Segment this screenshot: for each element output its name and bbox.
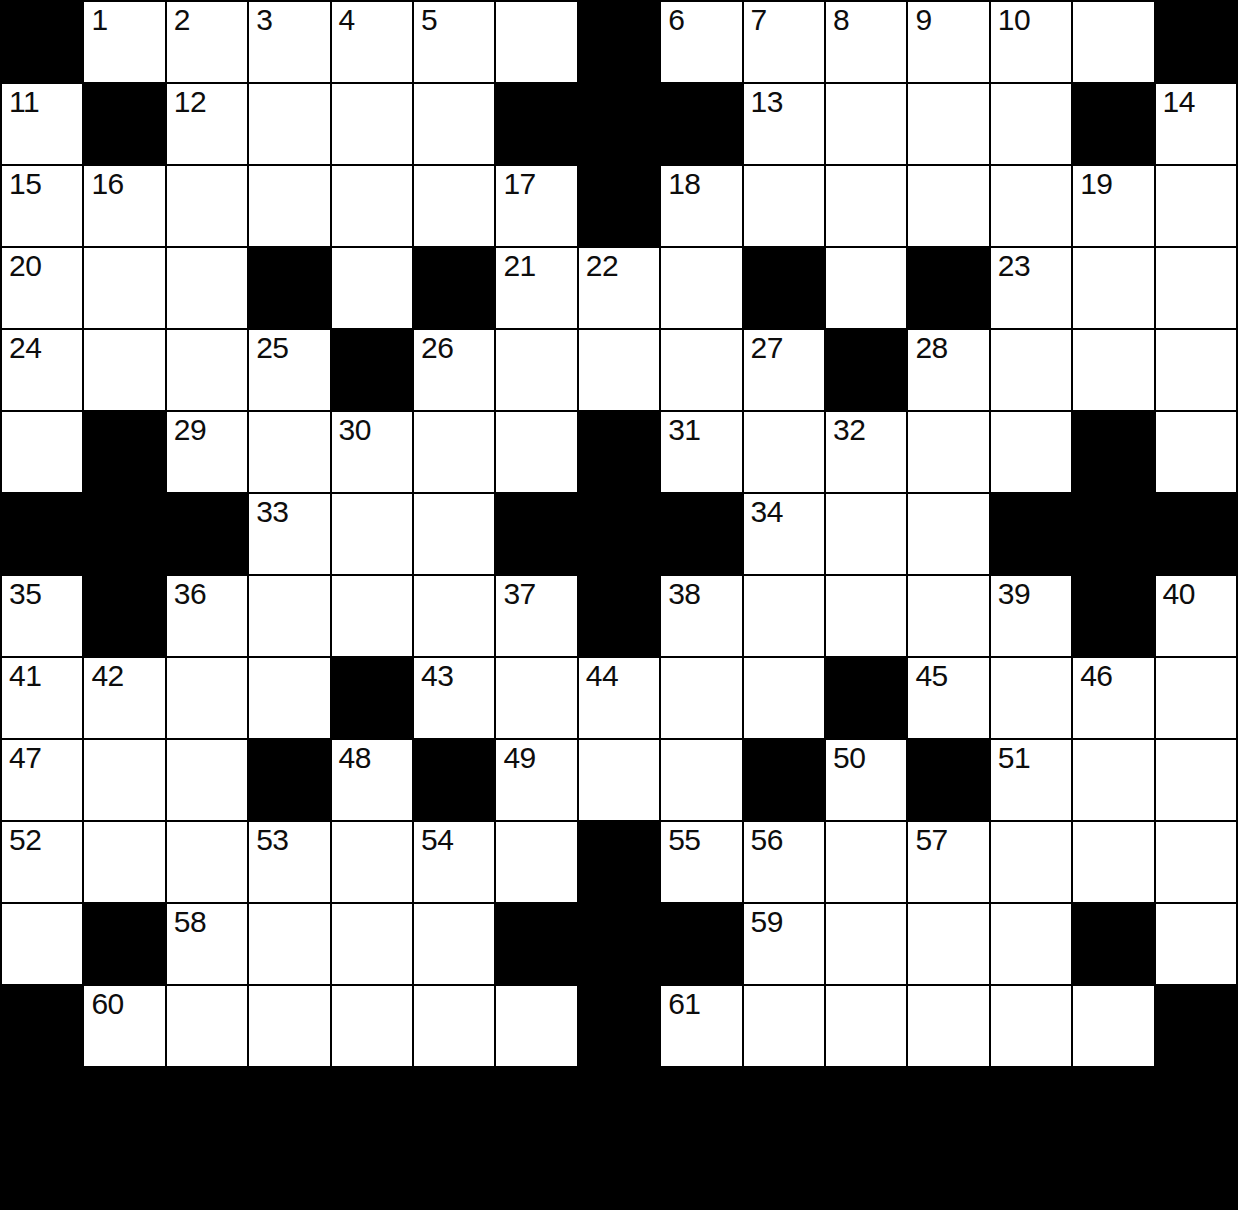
grid-cell[interactable]: [1, 411, 83, 493]
cell-number: 33: [256, 496, 288, 528]
black-cell: [578, 83, 660, 165]
black-cell: [1155, 1, 1237, 83]
black-cell: [1155, 985, 1237, 1067]
black-cell: [907, 247, 989, 329]
grid-cell[interactable]: 58: [166, 903, 248, 985]
cell-number: 17: [503, 168, 535, 200]
grid-cell[interactable]: [578, 329, 660, 411]
grid-cell[interactable]: 53: [248, 821, 330, 903]
grid-cell[interactable]: 32: [825, 411, 907, 493]
grid-cell[interactable]: 15: [1, 165, 83, 247]
grid-cell[interactable]: 2: [166, 1, 248, 83]
grid-cell[interactable]: [1072, 821, 1154, 903]
cell-number: 18: [668, 168, 700, 200]
cell-number: 49: [503, 742, 535, 774]
cell-number: 14: [1163, 86, 1195, 118]
cell-number: 25: [256, 332, 288, 364]
grid-cell[interactable]: [1155, 903, 1237, 985]
grid-cell[interactable]: [1155, 247, 1237, 329]
grid-cell[interactable]: 3: [248, 1, 330, 83]
black-cell: [166, 493, 248, 575]
grid-cell[interactable]: 16: [83, 165, 165, 247]
cell-number: 24: [9, 332, 41, 364]
grid-cell[interactable]: [907, 575, 989, 657]
black-cell: [495, 493, 577, 575]
cell-number: 38: [668, 578, 700, 610]
cell-number: 60: [91, 988, 123, 1020]
grid-cell[interactable]: [166, 657, 248, 739]
grid-cell[interactable]: [825, 575, 907, 657]
black-cell: [743, 739, 825, 821]
cell-number: 50: [833, 742, 865, 774]
grid-cell[interactable]: 60: [83, 985, 165, 1067]
black-cell: [83, 903, 165, 985]
grid-cell[interactable]: 34: [743, 493, 825, 575]
cell-number: 1: [91, 4, 107, 36]
black-cell: [660, 493, 742, 575]
black-cell: [495, 83, 577, 165]
cell-number: 28: [915, 332, 947, 364]
grid-cell[interactable]: 45: [907, 657, 989, 739]
cell-number: 35: [9, 578, 41, 610]
cell-number: 19: [1080, 168, 1112, 200]
grid-cell[interactable]: 10: [990, 1, 1072, 83]
grid-cell[interactable]: [248, 903, 330, 985]
grid-cell[interactable]: 27: [743, 329, 825, 411]
black-cell: [578, 575, 660, 657]
grid-cell[interactable]: [1072, 739, 1154, 821]
grid-cell[interactable]: [83, 739, 165, 821]
grid-cell[interactable]: [907, 83, 989, 165]
black-cell: [331, 329, 413, 411]
black-cell: [1072, 83, 1154, 165]
black-cell: [413, 739, 495, 821]
grid-cell[interactable]: [1155, 657, 1237, 739]
grid-cell[interactable]: 8: [825, 1, 907, 83]
grid-cell[interactable]: 43: [413, 657, 495, 739]
black-cell: [660, 903, 742, 985]
grid-cell[interactable]: [990, 657, 1072, 739]
grid-cell[interactable]: 24: [1, 329, 83, 411]
grid-cell[interactable]: 61: [660, 985, 742, 1067]
grid-cell[interactable]: 46: [1072, 657, 1154, 739]
grid-cell[interactable]: 35: [1, 575, 83, 657]
grid-cell[interactable]: [743, 165, 825, 247]
grid-cell[interactable]: [743, 657, 825, 739]
cell-number: 2: [174, 4, 190, 36]
grid-cell[interactable]: [495, 821, 577, 903]
grid-cell[interactable]: 4: [331, 1, 413, 83]
grid-cell[interactable]: 18: [660, 165, 742, 247]
grid-cell[interactable]: 19: [1072, 165, 1154, 247]
black-cell: [990, 493, 1072, 575]
grid-cell[interactable]: [825, 985, 907, 1067]
grid-cell[interactable]: [331, 903, 413, 985]
black-cell: [1155, 493, 1237, 575]
black-cell: [578, 411, 660, 493]
grid-cell[interactable]: [166, 739, 248, 821]
cell-number: 46: [1080, 660, 1112, 692]
grid-cell[interactable]: [825, 821, 907, 903]
grid-cell[interactable]: 52: [1, 821, 83, 903]
grid-cell[interactable]: [413, 985, 495, 1067]
black-cell: [1, 1, 83, 83]
grid-cell[interactable]: [166, 821, 248, 903]
cell-number: 3: [256, 4, 272, 36]
black-cell: [248, 247, 330, 329]
grid-cell[interactable]: [825, 903, 907, 985]
black-cell: [825, 329, 907, 411]
grid-cell[interactable]: [331, 493, 413, 575]
cell-number: 39: [998, 578, 1030, 610]
black-cell: [578, 985, 660, 1067]
cell-number: 40: [1163, 578, 1195, 610]
grid-cell[interactable]: [825, 165, 907, 247]
cell-number: 32: [833, 414, 865, 446]
cell-number: 31: [668, 414, 700, 446]
grid-cell[interactable]: 55: [660, 821, 742, 903]
grid-cell[interactable]: [1155, 411, 1237, 493]
cell-number: 43: [421, 660, 453, 692]
grid-cell[interactable]: [1072, 985, 1154, 1067]
grid-cell[interactable]: 5: [413, 1, 495, 83]
grid-cell[interactable]: [248, 411, 330, 493]
grid-cell[interactable]: [166, 985, 248, 1067]
grid-cell[interactable]: [907, 411, 989, 493]
cell-number: 53: [256, 824, 288, 856]
black-cell: [83, 493, 165, 575]
cell-number: 47: [9, 742, 41, 774]
cell-number: 26: [421, 332, 453, 364]
grid-cell[interactable]: [166, 165, 248, 247]
cell-number: 36: [174, 578, 206, 610]
grid-cell[interactable]: 12: [166, 83, 248, 165]
grid-cell[interactable]: 1: [83, 1, 165, 83]
cell-number: 6: [668, 4, 684, 36]
grid-cell[interactable]: 38: [660, 575, 742, 657]
cell-number: 57: [915, 824, 947, 856]
grid-cell[interactable]: [825, 493, 907, 575]
cell-number: 21: [503, 250, 535, 282]
black-cell: [1072, 903, 1154, 985]
grid-cell[interactable]: [248, 165, 330, 247]
grid-cell[interactable]: [990, 165, 1072, 247]
black-cell: [248, 739, 330, 821]
grid-cell[interactable]: 26: [413, 329, 495, 411]
black-cell: [578, 165, 660, 247]
black-cell: [1, 985, 83, 1067]
grid-cell[interactable]: [248, 83, 330, 165]
grid-cell[interactable]: 23: [990, 247, 1072, 329]
grid-cell[interactable]: 17: [495, 165, 577, 247]
black-cell: [83, 83, 165, 165]
grid-cell[interactable]: 42: [83, 657, 165, 739]
cell-number: 15: [9, 168, 41, 200]
cell-number: 10: [998, 4, 1030, 36]
black-cell: [825, 657, 907, 739]
cell-number: 37: [503, 578, 535, 610]
grid-cell[interactable]: [166, 247, 248, 329]
grid-cell[interactable]: [660, 329, 742, 411]
grid-cell[interactable]: [578, 739, 660, 821]
grid-cell[interactable]: 33: [248, 493, 330, 575]
cell-number: 23: [998, 250, 1030, 282]
black-cell: [578, 1, 660, 83]
cell-number: 9: [915, 4, 931, 36]
crossword-page: 1234567891011121314151617181920212223242…: [0, 0, 1238, 1210]
grid-cell[interactable]: 39: [990, 575, 1072, 657]
grid-cell[interactable]: [743, 575, 825, 657]
grid-cell[interactable]: [83, 821, 165, 903]
grid-cell[interactable]: [660, 247, 742, 329]
black-cell: [660, 83, 742, 165]
grid-cell[interactable]: 7: [743, 1, 825, 83]
grid-cell[interactable]: [413, 903, 495, 985]
grid-cell[interactable]: [83, 329, 165, 411]
grid-cell[interactable]: 30: [331, 411, 413, 493]
black-cell: [578, 903, 660, 985]
cell-number: 44: [586, 660, 618, 692]
cell-number: 5: [421, 4, 437, 36]
grid-cell[interactable]: [990, 411, 1072, 493]
black-cell: [578, 821, 660, 903]
grid-cell[interactable]: [1072, 1, 1154, 83]
grid-cell[interactable]: [495, 657, 577, 739]
cell-number: 45: [915, 660, 947, 692]
grid-cell[interactable]: [1072, 329, 1154, 411]
grid-cell[interactable]: 29: [166, 411, 248, 493]
grid-cell[interactable]: 28: [907, 329, 989, 411]
grid-cell[interactable]: [331, 985, 413, 1067]
cell-number: 54: [421, 824, 453, 856]
grid-cell[interactable]: [743, 985, 825, 1067]
grid-cell[interactable]: [990, 821, 1072, 903]
grid-cell[interactable]: [413, 493, 495, 575]
cell-number: 16: [91, 168, 123, 200]
grid-cell[interactable]: [413, 411, 495, 493]
grid-cell[interactable]: 51: [990, 739, 1072, 821]
cell-number: 29: [174, 414, 206, 446]
grid-cell[interactable]: [1072, 247, 1154, 329]
meta-answer-strip: 61332155393314617: [0, 1068, 1238, 1210]
cell-number: 56: [751, 824, 783, 856]
grid-cell[interactable]: [413, 165, 495, 247]
grid-cell[interactable]: 37: [495, 575, 577, 657]
cell-number: 12: [174, 86, 206, 118]
grid-cell[interactable]: [83, 247, 165, 329]
grid-cell[interactable]: 36: [166, 575, 248, 657]
grid-cell[interactable]: [825, 83, 907, 165]
cell-number: 59: [751, 906, 783, 938]
cell-number: 20: [9, 250, 41, 282]
grid-cell[interactable]: 40: [1155, 575, 1237, 657]
cell-number: 52: [9, 824, 41, 856]
cell-number: 55: [668, 824, 700, 856]
grid-cell[interactable]: [495, 985, 577, 1067]
grid-cell[interactable]: 25: [248, 329, 330, 411]
black-cell: [413, 247, 495, 329]
grid-cell[interactable]: [1155, 739, 1237, 821]
grid-cell[interactable]: [990, 329, 1072, 411]
grid-cell[interactable]: 6: [660, 1, 742, 83]
cell-number: 27: [751, 332, 783, 364]
grid-cell[interactable]: 48: [331, 739, 413, 821]
grid-cell[interactable]: 49: [495, 739, 577, 821]
grid-cell[interactable]: 47: [1, 739, 83, 821]
cell-number: 61: [668, 988, 700, 1020]
grid-cell[interactable]: 13: [743, 83, 825, 165]
cell-number: 4: [339, 4, 355, 36]
grid-cell[interactable]: 20: [1, 247, 83, 329]
grid-cell[interactable]: [248, 575, 330, 657]
grid-cell[interactable]: 56: [743, 821, 825, 903]
cell-number: 8: [833, 4, 849, 36]
cell-number: 7: [751, 4, 767, 36]
grid-cell[interactable]: [660, 657, 742, 739]
grid-cell[interactable]: [907, 165, 989, 247]
grid-cell[interactable]: [495, 1, 577, 83]
cell-number: 58: [174, 906, 206, 938]
cell-number: 11: [9, 86, 39, 118]
grid-cell[interactable]: [166, 329, 248, 411]
cell-number: 34: [751, 496, 783, 528]
grid-cell[interactable]: 50: [825, 739, 907, 821]
grid-cell[interactable]: [660, 739, 742, 821]
grid-cell[interactable]: 11: [1, 83, 83, 165]
grid-cell[interactable]: [1, 903, 83, 985]
grid-cell[interactable]: [331, 821, 413, 903]
grid-cell[interactable]: [1155, 165, 1237, 247]
black-cell: [1, 493, 83, 575]
grid-cell[interactable]: 22: [578, 247, 660, 329]
grid-cell[interactable]: 41: [1, 657, 83, 739]
cell-number: 51: [998, 742, 1030, 774]
grid-cell[interactable]: [248, 985, 330, 1067]
grid-cell[interactable]: [990, 985, 1072, 1067]
cell-number: 30: [339, 414, 371, 446]
grid-cell[interactable]: [907, 985, 989, 1067]
grid-cell[interactable]: [743, 411, 825, 493]
grid-cell[interactable]: [495, 329, 577, 411]
grid-cell[interactable]: 9: [907, 1, 989, 83]
grid-cell[interactable]: 21: [495, 247, 577, 329]
cell-number: 22: [586, 250, 618, 282]
grid-cell[interactable]: [413, 575, 495, 657]
black-cell: [907, 739, 989, 821]
black-cell: [1072, 411, 1154, 493]
grid-cell[interactable]: [907, 493, 989, 575]
grid-cell[interactable]: 54: [413, 821, 495, 903]
grid-cell[interactable]: [331, 575, 413, 657]
grid-cell[interactable]: [413, 83, 495, 165]
grid-cell[interactable]: [1155, 821, 1237, 903]
black-cell: [331, 657, 413, 739]
black-cell: [83, 411, 165, 493]
grid-cell[interactable]: [331, 165, 413, 247]
grid-cell[interactable]: [990, 903, 1072, 985]
black-cell: [83, 575, 165, 657]
grid-cell[interactable]: [825, 247, 907, 329]
grid-cell[interactable]: [331, 83, 413, 165]
black-cell: [1072, 493, 1154, 575]
crossword-grid: 1234567891011121314151617181920212223242…: [0, 0, 1238, 1068]
grid-cell[interactable]: [248, 657, 330, 739]
black-cell: [495, 903, 577, 985]
cell-number: 41: [9, 660, 41, 692]
black-cell: [1072, 575, 1154, 657]
grid-cell[interactable]: [907, 903, 989, 985]
black-cell: [578, 493, 660, 575]
grid-cell[interactable]: 59: [743, 903, 825, 985]
grid-cell[interactable]: 14: [1155, 83, 1237, 165]
cell-number: 42: [91, 660, 123, 692]
grid-cell[interactable]: [331, 247, 413, 329]
grid-cell[interactable]: [990, 83, 1072, 165]
grid-cell[interactable]: 44: [578, 657, 660, 739]
grid-cell[interactable]: 57: [907, 821, 989, 903]
grid-cell[interactable]: [495, 411, 577, 493]
grid-cell[interactable]: [1155, 329, 1237, 411]
grid-cell[interactable]: 31: [660, 411, 742, 493]
black-cell: [743, 247, 825, 329]
cell-number: 48: [339, 742, 371, 774]
cell-number: 13: [751, 86, 783, 118]
